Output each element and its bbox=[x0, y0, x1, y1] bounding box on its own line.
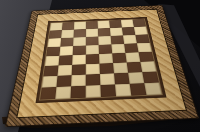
square-f2 bbox=[114, 73, 130, 85]
square-c2 bbox=[71, 75, 86, 87]
square-b2 bbox=[56, 75, 71, 87]
square-d3 bbox=[86, 64, 100, 75]
square-a1 bbox=[40, 87, 56, 100]
square-c1 bbox=[70, 86, 85, 99]
square-c4 bbox=[72, 55, 86, 65]
square-a2 bbox=[42, 76, 58, 88]
square-h3 bbox=[140, 61, 156, 72]
square-c3 bbox=[72, 64, 86, 75]
square-d1 bbox=[86, 85, 101, 98]
square-e3 bbox=[99, 63, 114, 74]
square-b3 bbox=[58, 65, 73, 76]
board-perspective-wrapper bbox=[17, 0, 180, 132]
square-e1 bbox=[100, 84, 116, 97]
photo-stage bbox=[0, 0, 200, 132]
square-b1 bbox=[55, 86, 71, 99]
square-f1 bbox=[115, 84, 131, 97]
square-f3 bbox=[113, 62, 128, 73]
chess-board bbox=[5, 5, 200, 127]
perspective-scene bbox=[17, 0, 180, 132]
square-d2 bbox=[86, 74, 101, 86]
square-a3 bbox=[43, 65, 58, 76]
playing-grid bbox=[40, 19, 162, 100]
square-h1 bbox=[144, 83, 161, 96]
square-h2 bbox=[142, 72, 159, 84]
square-e2 bbox=[100, 73, 115, 85]
